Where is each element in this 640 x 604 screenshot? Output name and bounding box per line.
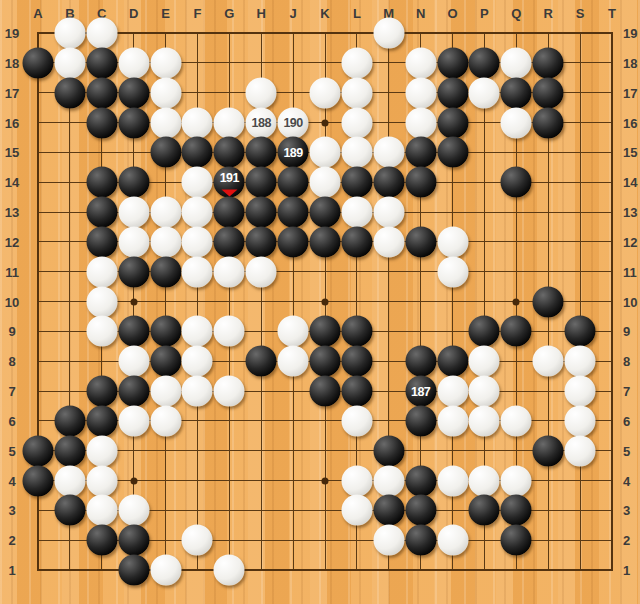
black-stone[interactable] [341, 346, 372, 377]
black-stone[interactable] [118, 376, 149, 407]
black-stone[interactable] [405, 226, 436, 257]
white-stone[interactable] [118, 405, 149, 436]
move-number-label: 189 [278, 137, 309, 168]
black-stone[interactable] [246, 226, 277, 257]
row-label-left: 16 [5, 115, 19, 130]
column-label: D [129, 6, 138, 21]
white-stone[interactable] [405, 107, 436, 138]
row-label-right: 4 [623, 473, 630, 488]
white-stone[interactable] [150, 376, 181, 407]
row-label-left: 14 [5, 175, 19, 190]
star-point [322, 477, 329, 484]
black-stone[interactable] [278, 167, 309, 198]
column-label: H [257, 6, 266, 21]
white-stone[interactable] [214, 107, 245, 138]
column-label: P [480, 6, 489, 21]
white-stone[interactable] [501, 405, 532, 436]
row-label-left: 17 [5, 85, 19, 100]
white-stone[interactable] [118, 47, 149, 78]
black-stone[interactable] [405, 465, 436, 496]
black-stone[interactable] [118, 316, 149, 347]
black-stone[interactable] [341, 316, 372, 347]
black-stone[interactable] [54, 495, 85, 526]
column-label: J [289, 6, 296, 21]
white-stone[interactable] [118, 495, 149, 526]
white-stone[interactable] [405, 77, 436, 108]
white-stone[interactable] [437, 226, 468, 257]
row-label-left: 3 [8, 503, 15, 518]
row-label-right: 11 [623, 264, 637, 279]
white-stone[interactable] [533, 346, 564, 377]
black-stone[interactable] [373, 435, 404, 466]
row-label-left: 12 [5, 234, 19, 249]
white-stone[interactable] [246, 256, 277, 287]
row-label-left: 6 [8, 413, 15, 428]
white-stone[interactable] [150, 555, 181, 586]
white-stone[interactable] [437, 405, 468, 436]
white-stone[interactable] [373, 197, 404, 228]
white-stone[interactable]: 188 [246, 107, 277, 138]
move-number-label: 188 [246, 107, 277, 138]
white-stone[interactable] [182, 226, 213, 257]
row-label-left: 7 [8, 384, 15, 399]
black-stone[interactable] [214, 137, 245, 168]
star-point [322, 298, 329, 305]
black-stone[interactable] [533, 286, 564, 317]
white-stone[interactable] [469, 346, 500, 377]
black-stone[interactable] [86, 226, 117, 257]
row-label-right: 6 [623, 413, 630, 428]
black-stone[interactable] [501, 525, 532, 556]
white-stone[interactable] [54, 465, 85, 496]
move-number-label: 187 [405, 376, 436, 407]
row-label-left: 4 [8, 473, 15, 488]
black-stone[interactable] [310, 316, 341, 347]
black-stone[interactable] [310, 226, 341, 257]
white-stone[interactable] [469, 465, 500, 496]
black-stone[interactable] [341, 167, 372, 198]
black-stone[interactable] [182, 137, 213, 168]
column-label: F [193, 6, 201, 21]
white-stone[interactable] [118, 346, 149, 377]
black-stone[interactable] [246, 197, 277, 228]
white-stone[interactable] [341, 197, 372, 228]
white-stone[interactable] [469, 405, 500, 436]
column-label: K [320, 6, 329, 21]
black-stone[interactable] [405, 346, 436, 377]
row-label-right: 10 [623, 294, 637, 309]
white-stone[interactable] [310, 77, 341, 108]
white-stone[interactable] [341, 47, 372, 78]
black-stone[interactable] [54, 77, 85, 108]
row-label-left: 9 [8, 324, 15, 339]
black-stone[interactable] [533, 77, 564, 108]
row-label-left: 13 [5, 205, 19, 220]
white-stone[interactable] [182, 197, 213, 228]
black-stone[interactable] [405, 167, 436, 198]
star-point [322, 119, 329, 126]
row-label-right: 7 [623, 384, 630, 399]
black-stone[interactable] [150, 316, 181, 347]
black-stone[interactable] [533, 47, 564, 78]
black-stone[interactable] [118, 77, 149, 108]
white-stone[interactable] [373, 226, 404, 257]
black-stone[interactable] [278, 197, 309, 228]
white-stone[interactable] [214, 316, 245, 347]
white-stone[interactable] [150, 77, 181, 108]
black-stone[interactable] [405, 137, 436, 168]
white-stone[interactable] [214, 256, 245, 287]
black-stone[interactable] [86, 167, 117, 198]
white-stone[interactable] [501, 107, 532, 138]
white-stone[interactable] [373, 18, 404, 49]
star-point [130, 298, 137, 305]
white-stone[interactable] [150, 107, 181, 138]
black-stone[interactable] [341, 376, 372, 407]
white-stone[interactable] [501, 47, 532, 78]
black-stone[interactable] [405, 405, 436, 436]
white-stone[interactable] [437, 525, 468, 556]
white-stone[interactable] [373, 525, 404, 556]
black-stone[interactable] [150, 346, 181, 377]
white-stone[interactable] [437, 256, 468, 287]
black-stone[interactable] [405, 495, 436, 526]
row-label-left: 15 [5, 145, 19, 160]
white-stone[interactable] [54, 18, 85, 49]
white-stone[interactable] [150, 405, 181, 436]
row-label-right: 12 [623, 234, 637, 249]
row-label-left: 18 [5, 55, 19, 70]
white-stone[interactable]: 190 [278, 107, 309, 138]
star-point [513, 298, 520, 305]
row-label-left: 10 [5, 294, 19, 309]
black-stone[interactable] [86, 405, 117, 436]
black-stone[interactable] [469, 47, 500, 78]
star-point [130, 477, 137, 484]
white-stone[interactable] [469, 376, 500, 407]
black-stone[interactable] [54, 435, 85, 466]
column-label: N [416, 6, 425, 21]
black-stone[interactable] [86, 376, 117, 407]
row-label-right: 18 [623, 55, 637, 70]
white-stone[interactable] [373, 465, 404, 496]
row-label-right: 9 [623, 324, 630, 339]
white-stone[interactable] [214, 555, 245, 586]
row-label-left: 1 [8, 563, 15, 578]
white-stone[interactable] [182, 525, 213, 556]
column-label: T [608, 6, 616, 21]
black-stone[interactable] [437, 107, 468, 138]
white-stone[interactable] [373, 137, 404, 168]
white-stone[interactable] [341, 107, 372, 138]
black-stone[interactable] [373, 495, 404, 526]
white-stone[interactable] [278, 346, 309, 377]
row-label-right: 2 [623, 533, 630, 548]
white-stone[interactable] [437, 376, 468, 407]
row-label-right: 17 [623, 85, 637, 100]
black-stone[interactable] [118, 256, 149, 287]
black-stone[interactable] [373, 167, 404, 198]
white-stone[interactable] [278, 316, 309, 347]
black-stone[interactable] [501, 167, 532, 198]
black-stone[interactable] [437, 47, 468, 78]
black-stone[interactable] [310, 346, 341, 377]
column-label: A [33, 6, 42, 21]
black-stone[interactable] [86, 197, 117, 228]
white-stone[interactable] [182, 376, 213, 407]
white-stone[interactable] [182, 107, 213, 138]
white-stone[interactable] [310, 167, 341, 198]
black-stone[interactable]: 187 [405, 376, 436, 407]
black-stone[interactable] [246, 167, 277, 198]
black-stone[interactable] [54, 405, 85, 436]
white-stone[interactable] [182, 316, 213, 347]
white-stone[interactable] [565, 405, 596, 436]
black-stone[interactable] [86, 77, 117, 108]
white-stone[interactable] [150, 226, 181, 257]
white-stone[interactable] [182, 256, 213, 287]
white-stone[interactable] [501, 465, 532, 496]
white-stone[interactable] [118, 197, 149, 228]
row-label-right: 8 [623, 354, 630, 369]
white-stone[interactable] [405, 47, 436, 78]
black-stone[interactable] [437, 346, 468, 377]
white-stone[interactable] [86, 18, 117, 49]
row-label-right: 13 [623, 205, 637, 220]
black-stone[interactable] [565, 316, 596, 347]
row-label-right: 14 [623, 175, 637, 190]
black-stone[interactable] [310, 197, 341, 228]
black-stone[interactable] [533, 435, 564, 466]
white-stone[interactable] [565, 346, 596, 377]
white-stone[interactable] [86, 316, 117, 347]
column-label: L [353, 6, 361, 21]
white-stone[interactable] [86, 435, 117, 466]
black-stone[interactable] [118, 107, 149, 138]
black-stone[interactable] [469, 316, 500, 347]
white-stone[interactable] [310, 137, 341, 168]
black-stone[interactable] [23, 465, 54, 496]
white-stone[interactable] [214, 376, 245, 407]
row-label-right: 1 [623, 563, 630, 578]
row-label-left: 5 [8, 443, 15, 458]
black-stone[interactable] [118, 555, 149, 586]
black-stone[interactable]: 191 [214, 167, 245, 198]
white-stone[interactable] [150, 197, 181, 228]
black-stone[interactable] [214, 226, 245, 257]
go-board[interactable]: ABCDEFGHJKLMNOPQRST191918181717161615151… [0, 0, 640, 604]
black-stone[interactable] [501, 316, 532, 347]
black-stone[interactable] [23, 47, 54, 78]
column-label: G [224, 6, 234, 21]
white-stone[interactable] [86, 465, 117, 496]
row-label-left: 8 [8, 354, 15, 369]
black-stone[interactable] [310, 376, 341, 407]
black-stone[interactable]: 189 [278, 137, 309, 168]
white-stone[interactable] [246, 77, 277, 108]
row-label-left: 19 [5, 26, 19, 41]
black-stone[interactable] [533, 107, 564, 138]
black-stone[interactable] [86, 107, 117, 138]
black-stone[interactable] [150, 137, 181, 168]
white-stone[interactable] [341, 77, 372, 108]
row-label-right: 16 [623, 115, 637, 130]
row-label-right: 3 [623, 503, 630, 518]
white-stone[interactable] [182, 346, 213, 377]
column-label: E [161, 6, 170, 21]
move-number-label: 190 [278, 107, 309, 138]
black-stone[interactable] [469, 495, 500, 526]
column-label: S [576, 6, 585, 21]
white-stone[interactable] [565, 376, 596, 407]
white-stone[interactable] [341, 137, 372, 168]
row-label-right: 19 [623, 26, 637, 41]
white-stone[interactable] [86, 286, 117, 317]
white-stone[interactable] [86, 495, 117, 526]
row-label-left: 2 [8, 533, 15, 548]
black-stone[interactable] [118, 167, 149, 198]
black-stone[interactable] [118, 525, 149, 556]
column-label: R [544, 6, 553, 21]
black-stone[interactable] [437, 77, 468, 108]
white-stone[interactable] [86, 256, 117, 287]
white-stone[interactable] [565, 435, 596, 466]
black-stone[interactable] [86, 47, 117, 78]
black-stone[interactable] [246, 137, 277, 168]
white-stone[interactable] [54, 47, 85, 78]
black-stone[interactable] [150, 256, 181, 287]
column-label: Q [511, 6, 521, 21]
black-stone[interactable] [501, 495, 532, 526]
white-stone[interactable] [150, 47, 181, 78]
white-stone[interactable] [182, 167, 213, 198]
black-stone[interactable] [214, 197, 245, 228]
black-stone[interactable] [341, 226, 372, 257]
black-stone[interactable] [246, 346, 277, 377]
black-stone[interactable] [501, 77, 532, 108]
row-label-right: 5 [623, 443, 630, 458]
row-label-right: 15 [623, 145, 637, 160]
column-label: O [447, 6, 457, 21]
white-stone[interactable] [341, 465, 372, 496]
black-stone[interactable] [278, 226, 309, 257]
black-stone[interactable] [23, 435, 54, 466]
white-stone[interactable] [118, 226, 149, 257]
white-stone[interactable] [437, 465, 468, 496]
black-stone[interactable] [86, 525, 117, 556]
row-label-left: 11 [5, 264, 19, 279]
white-stone[interactable] [469, 77, 500, 108]
black-stone[interactable] [437, 137, 468, 168]
white-stone[interactable] [341, 495, 372, 526]
black-stone[interactable] [405, 525, 436, 556]
white-stone[interactable] [341, 405, 372, 436]
